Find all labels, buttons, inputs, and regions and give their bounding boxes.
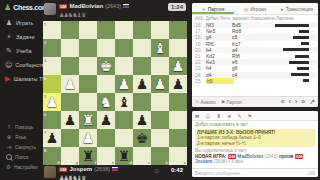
white-rating: (2643) bbox=[264, 154, 277, 159]
tab-players[interactable]: ◎ Игроки bbox=[234, 3, 276, 14]
file-label: c bbox=[148, 160, 150, 165]
square-a1[interactable] bbox=[169, 21, 187, 39]
square-g1[interactable] bbox=[61, 21, 79, 39]
white-move[interactable]: g4 bbox=[206, 34, 232, 40]
black-bishop[interactable]: ♝ bbox=[115, 93, 133, 111]
square-c6[interactable]: ♟ bbox=[133, 111, 151, 129]
black-move[interactable]: Kc7 bbox=[232, 41, 258, 47]
chat-new-game-message: НОВАЯ ИГРА: GM MadBolvian (2643) против … bbox=[195, 154, 315, 164]
black-rating: (2638) bbox=[214, 159, 227, 163]
white-move[interactable]: Nf3 bbox=[206, 22, 232, 28]
square-e1[interactable] bbox=[97, 21, 115, 39]
black-move[interactable]: Rf8 bbox=[232, 53, 258, 59]
sidebar-item-label: Настройки bbox=[14, 165, 38, 170]
top-captured-pieces: ♟♟♞♞♝♛ bbox=[59, 11, 85, 18]
rank-label: 8 bbox=[44, 148, 46, 153]
white-move[interactable]: Kd2 bbox=[206, 53, 232, 59]
move-options-icon[interactable]: ⋯ bbox=[309, 54, 315, 59]
button-label: Анализ bbox=[200, 100, 215, 105]
move-nav: « ‹ › » ↗ bbox=[281, 97, 315, 107]
white-title-badge: GM bbox=[228, 154, 236, 159]
square-h2[interactable]: 2 bbox=[43, 39, 61, 57]
search-icon bbox=[6, 154, 12, 160]
sidebar: ♟ Chess.com ♟ Играть ⚡ Задачи ✎ Учеба ☺ … bbox=[0, 0, 42, 180]
move-number: 21. bbox=[195, 53, 206, 59]
rank-label: 4 bbox=[44, 76, 46, 81]
white-pawn[interactable]: ♟ bbox=[115, 75, 133, 93]
collapse-icon: ⇥ bbox=[6, 144, 12, 150]
square-h5[interactable]: 5♟ bbox=[43, 93, 61, 111]
white-rook[interactable]: ♜ bbox=[79, 111, 97, 129]
button-label: Партии bbox=[226, 100, 241, 105]
move-options-icon[interactable]: ⋯ bbox=[309, 29, 315, 34]
black-pawn[interactable]: ♟ bbox=[169, 75, 187, 93]
white-bishop[interactable]: ♝ bbox=[151, 39, 169, 57]
sidebar-item-learn[interactable]: ✎ Учеба bbox=[0, 44, 42, 58]
black-move[interactable]: Rd8 bbox=[232, 28, 258, 34]
rank-label: 2 bbox=[44, 40, 46, 45]
flag-icon bbox=[112, 167, 118, 171]
top-player-bar: GM MadBolvian (2643) ♟♟♞♞♝♛ 1:24 bbox=[43, 2, 187, 21]
square-a4[interactable]: ♟ bbox=[169, 75, 187, 93]
square-c8[interactable]: c bbox=[133, 147, 151, 165]
flag-filled-icon: ⚑ bbox=[221, 99, 225, 105]
black-pawn[interactable]: ♟ bbox=[61, 111, 79, 129]
rank-label: 1 bbox=[44, 22, 46, 27]
file-label: b bbox=[166, 160, 168, 165]
bottom-player-clock: 0:42 bbox=[168, 166, 186, 174]
chess-board: 12♝3♚♟4♟♟♟♟♟5♟♞♝6♟♜♟♟7♟♟♚8hgf♜ed♜cba bbox=[43, 21, 187, 165]
move-time-bar bbox=[289, 61, 309, 64]
square-e5[interactable]: ♞ bbox=[97, 93, 115, 111]
tab-label: Партия bbox=[208, 6, 225, 12]
sidebar-item-label: Задачи bbox=[16, 34, 34, 40]
move-number: 20. bbox=[195, 47, 206, 53]
move-number: 16. bbox=[195, 22, 206, 28]
black-rook[interactable]: ♜ bbox=[115, 147, 133, 165]
sidebar-item-collapse[interactable]: ⇥ Свернуть bbox=[0, 142, 42, 152]
square-f8[interactable]: f♜ bbox=[79, 147, 97, 165]
square-c7[interactable]: ♚ bbox=[133, 129, 151, 147]
black-move[interactable]: c6 bbox=[232, 34, 258, 40]
tab-game[interactable]: + Партия bbox=[192, 3, 234, 14]
prev-move-button[interactable]: ‹ bbox=[289, 97, 291, 107]
move-time-bar bbox=[297, 67, 309, 70]
sidebar-item-community[interactable]: ☺ Сообщество bbox=[0, 58, 42, 72]
square-c1[interactable] bbox=[133, 21, 151, 39]
move-time-bar bbox=[293, 36, 309, 39]
sidebar-item-help[interactable]: ? Помощь bbox=[0, 122, 42, 132]
sidebar-item-search[interactable]: Поиск bbox=[0, 152, 42, 162]
square-g8[interactable]: g bbox=[61, 147, 79, 165]
puzzle-icon: ⚡ bbox=[5, 33, 13, 41]
white-move[interactable]: Ke3 bbox=[206, 59, 232, 65]
sidebar-item-label: Свернуть bbox=[15, 145, 36, 150]
move-options-icon[interactable]: ⋯ bbox=[309, 66, 315, 71]
tab-broadcast[interactable]: ▸ Трансляция bbox=[276, 3, 318, 14]
chat-welcome-message: Добро пожаловать в чат! bbox=[195, 122, 315, 128]
square-g3[interactable] bbox=[61, 57, 79, 75]
move-number: 18. bbox=[195, 34, 206, 40]
top-player-name[interactable]: MadBolvian bbox=[69, 3, 103, 9]
top-player-title-badge: GM bbox=[59, 4, 67, 9]
analysis-button[interactable]: ⚐ Анализ bbox=[195, 99, 216, 105]
sidebar-item-chess-tv[interactable]: ▶ Шахматы ТВ bbox=[0, 72, 42, 86]
square-e2[interactable] bbox=[97, 39, 115, 57]
rank-label: 6 bbox=[44, 112, 46, 117]
sidebar-bottom: ? Помощь ⊕ Язык ⇥ Свернуть Поиск ⚙ Настр… bbox=[0, 122, 42, 172]
white-move[interactable]: b4 bbox=[206, 47, 232, 53]
chat-tab-4-icon[interactable]: ✎ bbox=[237, 113, 241, 119]
black-move[interactable]: c4 bbox=[232, 72, 258, 78]
white-pawn[interactable]: ♟ bbox=[61, 75, 79, 93]
move-options-icon[interactable]: ⋯ bbox=[309, 72, 315, 77]
help-icon: ? bbox=[6, 124, 12, 130]
square-d5[interactable]: ♝ bbox=[115, 93, 133, 111]
square-g7[interactable] bbox=[61, 129, 79, 147]
white-knight[interactable]: ♞ bbox=[97, 93, 115, 111]
logo-pawn-icon: ♟ bbox=[4, 3, 11, 12]
chat-tab-0-icon[interactable]: ✉ bbox=[195, 113, 199, 119]
square-f3[interactable] bbox=[79, 57, 97, 75]
move-controls: ⚐ Анализ ⚑ Партии « ‹ › » ↗ bbox=[192, 96, 318, 107]
chat-tab-2-icon[interactable]: ♜ bbox=[216, 113, 220, 119]
chat-announcement: ЛУЧШИЕ ИЗ 3-Х: ВЫЗОВ ПРИНЯТ! 1-я партия:… bbox=[195, 129, 315, 148]
move-options-icon[interactable]: ⋯ bbox=[309, 41, 315, 46]
play-icon: ▸ bbox=[281, 6, 284, 12]
chat-tab-5-icon[interactable]: ⚑ bbox=[248, 113, 252, 119]
globe-icon: ⊕ bbox=[6, 134, 12, 140]
white-pawn[interactable]: ♟ bbox=[169, 57, 187, 75]
first-move-button[interactable]: « bbox=[281, 97, 285, 107]
square-a7[interactable] bbox=[169, 129, 187, 147]
chat-panel: ✉☺♜★✎⚑ Добро пожаловать в чат! ЛУЧШИЕ ИЗ… bbox=[192, 111, 318, 177]
expand-button[interactable]: ↗ bbox=[309, 97, 315, 107]
square-a2[interactable] bbox=[169, 39, 187, 57]
flag-outline-icon: ⚐ bbox=[195, 99, 199, 105]
square-a3[interactable]: ♟ bbox=[169, 57, 187, 75]
square-b6[interactable] bbox=[151, 111, 169, 129]
white-pawn[interactable]: ♟ bbox=[79, 129, 97, 147]
black-pawn[interactable]: ♟ bbox=[133, 75, 151, 93]
square-d8[interactable]: d♜ bbox=[115, 147, 133, 165]
square-d1[interactable] bbox=[115, 21, 133, 39]
square-g4[interactable]: ♟ bbox=[61, 75, 79, 93]
white-pawn[interactable]: ♟ bbox=[43, 93, 61, 111]
pawn-icon: ♟ bbox=[5, 19, 13, 27]
square-f4[interactable] bbox=[79, 75, 97, 93]
square-b5[interactable] bbox=[151, 93, 169, 111]
announcement-line: 2-я партия: ничья ½–½ bbox=[197, 141, 313, 147]
sidebar-item-label: Помощь bbox=[15, 125, 34, 130]
chat-input[interactable] bbox=[195, 171, 305, 176]
move-time-bar bbox=[295, 55, 309, 58]
file-label: h bbox=[58, 160, 60, 165]
square-d2[interactable] bbox=[115, 39, 133, 57]
square-h7[interactable]: 7♟ bbox=[43, 129, 61, 147]
chat-messages: Добро пожаловать в чат! ЛУЧШИЕ ИЗ 3-Х: В… bbox=[192, 121, 318, 163]
move-options-icon[interactable]: ⋯ bbox=[309, 35, 315, 40]
square-e8[interactable]: e bbox=[97, 147, 115, 165]
white-move[interactable]: d4 bbox=[206, 72, 232, 78]
move-list: 16.Nf3Bd5⋯17.Ne5Rd8⋯18.g4c6⋯19.Rf6Kc7⋯20… bbox=[192, 22, 318, 84]
square-g5[interactable] bbox=[61, 93, 79, 111]
square-d7[interactable] bbox=[115, 129, 133, 147]
move-options-icon[interactable]: ⋯ bbox=[309, 60, 315, 65]
gear-icon: ⚙ bbox=[6, 164, 11, 170]
tab-label: Игроки bbox=[250, 6, 266, 12]
move-number: 23. bbox=[195, 65, 206, 71]
camera-icon[interactable]: ⊙ bbox=[154, 167, 159, 174]
square-g6[interactable]: ♟ bbox=[61, 111, 79, 129]
plus-icon: + bbox=[201, 6, 205, 12]
square-f1[interactable] bbox=[79, 21, 97, 39]
chesscom-logo[interactable]: ♟ Chess.com bbox=[0, 0, 42, 16]
square-f5[interactable] bbox=[79, 93, 97, 111]
file-label: a bbox=[184, 160, 186, 165]
sidebar-item-label: Язык bbox=[15, 135, 26, 140]
square-b2[interactable]: ♝ bbox=[151, 39, 169, 57]
move-number: 22. bbox=[195, 59, 206, 65]
square-c2[interactable] bbox=[133, 39, 151, 57]
white-move[interactable]: Ne5 bbox=[206, 28, 232, 34]
person-icon: ◎ bbox=[244, 6, 248, 12]
square-f2[interactable] bbox=[79, 39, 97, 57]
rank-label: 3 bbox=[44, 58, 46, 63]
move-number: 17. bbox=[195, 28, 206, 34]
square-e6[interactable]: ♟ bbox=[97, 111, 115, 129]
square-b8[interactable]: b bbox=[151, 147, 169, 165]
move-number: 24. bbox=[195, 72, 206, 78]
next-move-button[interactable]: › bbox=[295, 97, 297, 107]
tv-icon: ▶ bbox=[5, 75, 10, 83]
games-button[interactable]: ⚑ Партии bbox=[221, 99, 242, 105]
board-column: GM MadBolvian (2643) ♟♟♞♞♝♛ 1:24 12♝3♚♟4… bbox=[43, 0, 187, 180]
sidebar-item-settings[interactable]: ⚙ Настройки bbox=[0, 162, 42, 172]
square-g2[interactable] bbox=[61, 39, 79, 57]
sidebar-item-label: Учеба bbox=[16, 48, 31, 54]
bottom-player-name[interactable]: Jospem bbox=[69, 166, 92, 172]
versus-text: против bbox=[279, 154, 294, 159]
opening-name[interactable]: A06: Дебют Рети, вариант Нимцовича-Ларсе… bbox=[192, 15, 318, 22]
square-b7[interactable] bbox=[151, 129, 169, 147]
move-time-bar bbox=[299, 30, 309, 33]
top-player-rating: (2643) bbox=[105, 3, 121, 9]
black-king[interactable]: ♚ bbox=[133, 129, 151, 147]
move-time-bar bbox=[275, 24, 309, 27]
pencil-icon: ✎ bbox=[5, 47, 13, 55]
char-counter: 140 bbox=[307, 171, 315, 176]
last-move-button[interactable]: » bbox=[301, 97, 305, 107]
square-h6[interactable]: 6 bbox=[43, 111, 61, 129]
square-e3[interactable]: ♚ bbox=[97, 57, 115, 75]
white-move[interactable]: Rf6 bbox=[206, 41, 232, 47]
file-label: g bbox=[76, 160, 78, 165]
chat-tab-3-icon[interactable]: ★ bbox=[227, 113, 231, 119]
people-icon: ☺ bbox=[5, 61, 12, 69]
black-player-link[interactable]: Jospem bbox=[195, 159, 212, 163]
game-panel-tabs: + Партия ◎ Игроки ▸ Трансляция bbox=[192, 3, 318, 15]
square-h4[interactable]: 4 bbox=[43, 75, 61, 93]
move-time-bar bbox=[301, 42, 309, 45]
white-move[interactable]: h5 bbox=[206, 78, 234, 84]
square-b3[interactable] bbox=[151, 57, 169, 75]
sidebar-item-language[interactable]: ⊕ Язык bbox=[0, 132, 42, 142]
square-e4[interactable] bbox=[97, 75, 115, 93]
black-pawn[interactable]: ♟ bbox=[97, 111, 115, 129]
game-panel: + Партия ◎ Игроки ▸ Трансляция A06: Дебю… bbox=[192, 3, 318, 107]
move-time-bar bbox=[283, 48, 309, 51]
sidebar-item-play[interactable]: ♟ Играть bbox=[0, 16, 42, 30]
black-pawn[interactable]: ♟ bbox=[133, 111, 151, 129]
move-row: 25.h5⋯ bbox=[192, 78, 318, 84]
square-a5[interactable] bbox=[169, 93, 187, 111]
sidebar-item-label: Играть bbox=[16, 20, 33, 26]
chat-tabs: ✉☺♜★✎⚑ bbox=[192, 111, 318, 121]
square-a6[interactable] bbox=[169, 111, 187, 129]
move-number: 19. bbox=[195, 41, 206, 47]
square-e7[interactable] bbox=[97, 129, 115, 147]
black-move[interactable]: e6 bbox=[232, 59, 258, 65]
chat-input-bar: 140 bbox=[192, 168, 318, 177]
square-d4[interactable]: ♟ bbox=[115, 75, 133, 93]
square-c5[interactable] bbox=[133, 93, 151, 111]
square-f7[interactable]: ♟ bbox=[79, 129, 97, 147]
black-pawn[interactable]: ♟ bbox=[43, 129, 61, 147]
bottom-player-rating: (2638) bbox=[94, 166, 110, 172]
bottom-player-bar: GM Jospem (2638) ♟♟♜♞♝♛ ⊙ 0:42 bbox=[43, 165, 187, 180]
black-title-badge: GM bbox=[295, 154, 303, 159]
square-a8[interactable]: a bbox=[169, 147, 187, 165]
black-rook[interactable]: ♜ bbox=[79, 147, 97, 165]
sidebar-item-label: Поиск bbox=[15, 155, 28, 160]
square-f6[interactable]: ♜ bbox=[79, 111, 97, 129]
bottom-player-avatar[interactable] bbox=[44, 166, 56, 178]
square-h1[interactable]: 1 bbox=[43, 21, 61, 39]
square-h8[interactable]: 8h bbox=[43, 147, 61, 165]
file-label: e bbox=[112, 160, 114, 165]
square-h3[interactable]: 3 bbox=[43, 57, 61, 75]
black-move[interactable]: Bd5 bbox=[232, 22, 258, 28]
bottom-player-title-badge: GM bbox=[59, 167, 67, 172]
move-options-icon[interactable]: ⋯ bbox=[309, 23, 315, 28]
sidebar-item-label: Шахматы ТВ bbox=[13, 76, 46, 82]
black-move[interactable]: g6 bbox=[232, 65, 258, 71]
tab-label: Трансляция bbox=[285, 6, 313, 12]
black-move[interactable]: a4 bbox=[232, 47, 258, 53]
square-b4[interactable]: ♟ bbox=[151, 75, 169, 93]
square-c4[interactable]: ♟ bbox=[133, 75, 151, 93]
move-number: 25. bbox=[195, 78, 206, 84]
square-c3[interactable] bbox=[133, 57, 151, 75]
square-b1[interactable] bbox=[151, 21, 169, 39]
square-d6[interactable] bbox=[115, 111, 133, 129]
move-time-bar bbox=[291, 73, 309, 76]
white-pawn[interactable]: ♟ bbox=[151, 75, 169, 93]
time-control: • 3 мин bbox=[228, 159, 243, 163]
move-options-icon[interactable]: ⋯ bbox=[309, 47, 315, 52]
sidebar-item-puzzles[interactable]: ⚡ Задачи bbox=[0, 30, 42, 44]
top-player-avatar[interactable] bbox=[44, 3, 56, 15]
top-player-clock: 1:24 bbox=[168, 3, 186, 11]
flag-icon bbox=[123, 4, 129, 8]
white-move[interactable]: h4 bbox=[206, 65, 232, 71]
move-options-icon[interactable]: ⋯ bbox=[309, 78, 315, 83]
bottom-captured-pieces: ♟♟♜♞♝♛ bbox=[59, 174, 85, 180]
square-d3[interactable] bbox=[115, 57, 133, 75]
chat-tab-1-icon[interactable]: ☺ bbox=[205, 113, 210, 119]
white-player-link[interactable]: MadBolvian bbox=[237, 154, 263, 159]
new-game-label: НОВАЯ ИГРА: bbox=[195, 154, 226, 159]
white-king[interactable]: ♚ bbox=[97, 57, 115, 75]
